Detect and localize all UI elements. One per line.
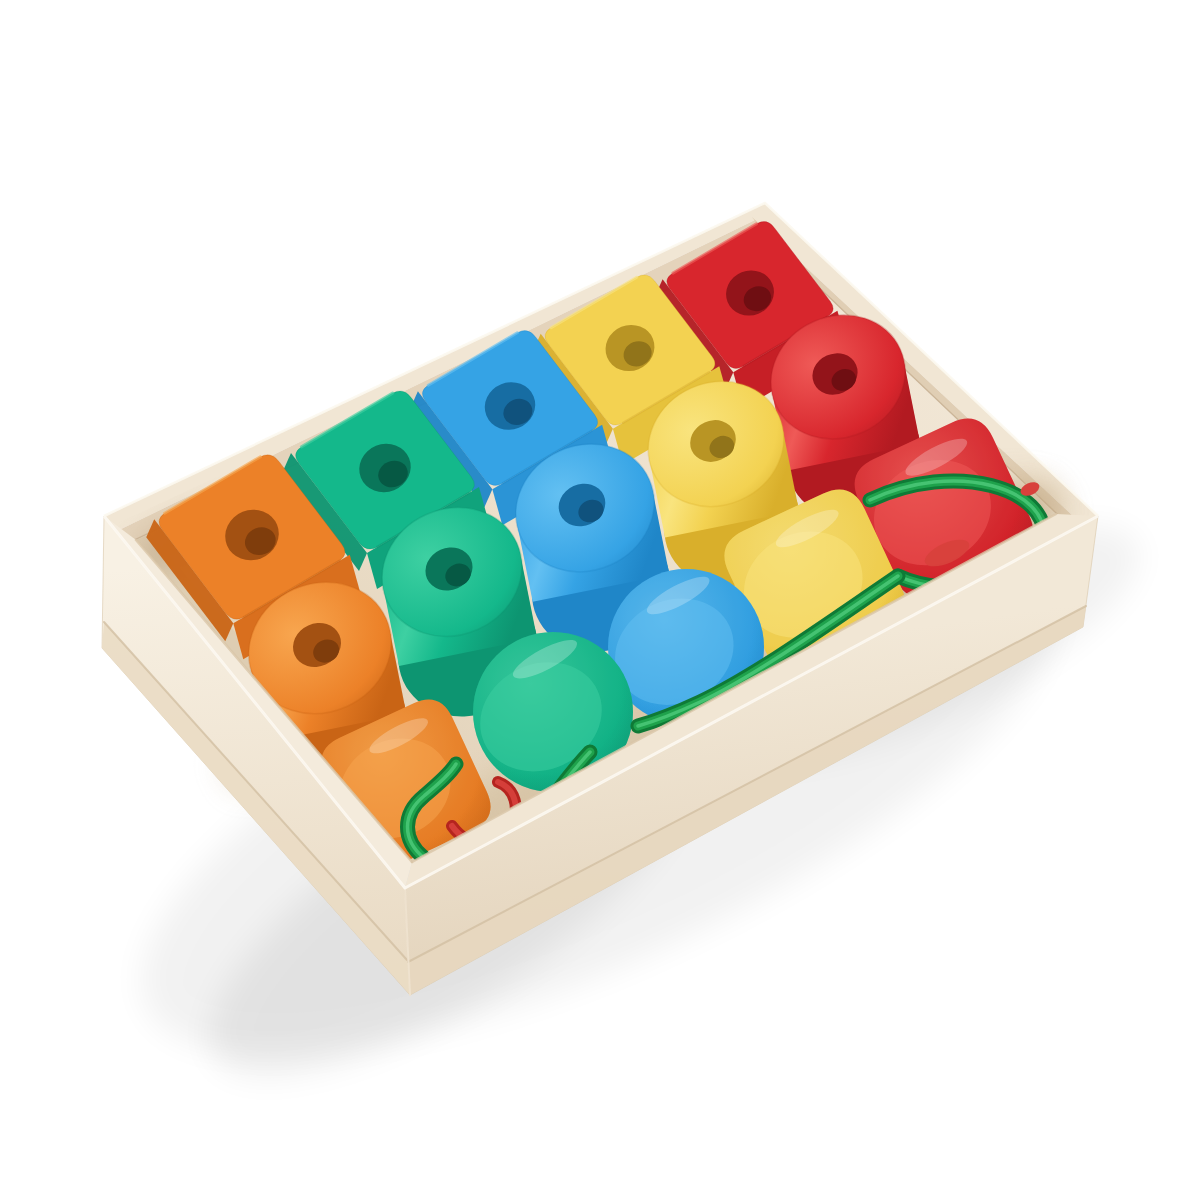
- product-photo: [0, 0, 1200, 1200]
- lacing-beads-scene: [0, 0, 1200, 1200]
